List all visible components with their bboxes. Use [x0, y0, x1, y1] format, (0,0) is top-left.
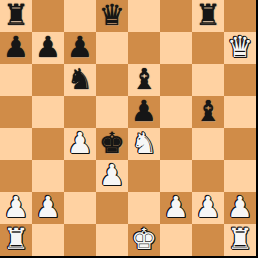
black-pawn-piece[interactable]: ♟	[67, 32, 93, 63]
square-f2[interactable]: ♟	[160, 192, 192, 224]
white-knight-piece[interactable]: ♞	[131, 128, 157, 159]
square-c8[interactable]	[64, 0, 96, 32]
square-h5[interactable]	[224, 96, 256, 128]
square-b5[interactable]	[32, 96, 64, 128]
square-d5[interactable]	[96, 96, 128, 128]
white-pawn-piece[interactable]: ♟	[227, 192, 253, 223]
square-e2[interactable]	[128, 192, 160, 224]
white-pawn-piece[interactable]: ♟	[35, 192, 61, 223]
square-g5[interactable]: ♝	[192, 96, 224, 128]
square-e5[interactable]: ♟	[128, 96, 160, 128]
white-pawn-piece[interactable]: ♟	[67, 128, 93, 159]
white-pawn-piece[interactable]: ♟	[195, 192, 221, 223]
square-g6[interactable]	[192, 64, 224, 96]
square-g1[interactable]	[192, 224, 224, 256]
square-b7[interactable]: ♟	[32, 32, 64, 64]
black-pawn-piece[interactable]: ♟	[131, 96, 157, 127]
black-queen-piece[interactable]: ♛	[99, 0, 125, 31]
square-g8[interactable]: ♜	[192, 0, 224, 32]
square-e6[interactable]: ♝	[128, 64, 160, 96]
chess-board: ♜♛♜♟♟♟♛♞♝♟♝♟♚♞♟♟♟♟♟♟♜♚♜	[0, 0, 256, 256]
square-c3[interactable]	[64, 160, 96, 192]
square-a1[interactable]: ♜	[0, 224, 32, 256]
square-h3[interactable]	[224, 160, 256, 192]
square-b2[interactable]: ♟	[32, 192, 64, 224]
white-queen-piece[interactable]: ♛	[227, 32, 253, 63]
white-pawn-piece[interactable]: ♟	[3, 192, 29, 223]
square-d8[interactable]: ♛	[96, 0, 128, 32]
square-a3[interactable]	[0, 160, 32, 192]
square-c7[interactable]: ♟	[64, 32, 96, 64]
square-a2[interactable]: ♟	[0, 192, 32, 224]
square-d7[interactable]	[96, 32, 128, 64]
square-f5[interactable]	[160, 96, 192, 128]
square-c2[interactable]	[64, 192, 96, 224]
black-rook-piece[interactable]: ♜	[195, 0, 221, 31]
square-f7[interactable]	[160, 32, 192, 64]
square-a5[interactable]	[0, 96, 32, 128]
square-h1[interactable]: ♜	[224, 224, 256, 256]
black-king-piece[interactable]: ♚	[99, 128, 125, 159]
black-pawn-piece[interactable]: ♟	[35, 32, 61, 63]
black-bishop-piece[interactable]: ♝	[131, 64, 157, 95]
square-a7[interactable]: ♟	[0, 32, 32, 64]
black-rook-piece[interactable]: ♜	[3, 0, 29, 31]
square-f8[interactable]	[160, 0, 192, 32]
square-g2[interactable]: ♟	[192, 192, 224, 224]
square-d6[interactable]	[96, 64, 128, 96]
square-h8[interactable]	[224, 0, 256, 32]
white-rook-piece[interactable]: ♜	[3, 224, 29, 255]
square-d3[interactable]: ♟	[96, 160, 128, 192]
square-h2[interactable]: ♟	[224, 192, 256, 224]
square-c1[interactable]	[64, 224, 96, 256]
square-g7[interactable]	[192, 32, 224, 64]
square-h7[interactable]: ♛	[224, 32, 256, 64]
square-g3[interactable]	[192, 160, 224, 192]
white-rook-piece[interactable]: ♜	[227, 224, 253, 255]
square-c4[interactable]: ♟	[64, 128, 96, 160]
square-b8[interactable]	[32, 0, 64, 32]
square-h4[interactable]	[224, 128, 256, 160]
square-f3[interactable]	[160, 160, 192, 192]
square-a8[interactable]: ♜	[0, 0, 32, 32]
square-e8[interactable]	[128, 0, 160, 32]
square-f1[interactable]	[160, 224, 192, 256]
black-pawn-piece[interactable]: ♟	[3, 32, 29, 63]
square-e3[interactable]	[128, 160, 160, 192]
square-f6[interactable]	[160, 64, 192, 96]
white-pawn-piece[interactable]: ♟	[99, 160, 125, 191]
square-a6[interactable]	[0, 64, 32, 96]
square-d2[interactable]	[96, 192, 128, 224]
square-g4[interactable]	[192, 128, 224, 160]
square-b3[interactable]	[32, 160, 64, 192]
black-knight-piece[interactable]: ♞	[67, 64, 93, 95]
square-b1[interactable]	[32, 224, 64, 256]
square-d4[interactable]: ♚	[96, 128, 128, 160]
square-c5[interactable]	[64, 96, 96, 128]
square-d1[interactable]	[96, 224, 128, 256]
black-bishop-piece[interactable]: ♝	[195, 96, 221, 127]
square-c6[interactable]: ♞	[64, 64, 96, 96]
square-b6[interactable]	[32, 64, 64, 96]
white-pawn-piece[interactable]: ♟	[163, 192, 189, 223]
chess-board-frame: ♜♛♜♟♟♟♛♞♝♟♝♟♚♞♟♟♟♟♟♟♜♚♜	[0, 0, 258, 258]
square-h6[interactable]	[224, 64, 256, 96]
square-f4[interactable]	[160, 128, 192, 160]
square-e4[interactable]: ♞	[128, 128, 160, 160]
square-e1[interactable]: ♚	[128, 224, 160, 256]
square-e7[interactable]	[128, 32, 160, 64]
white-king-piece[interactable]: ♚	[131, 224, 157, 255]
square-b4[interactable]	[32, 128, 64, 160]
square-a4[interactable]	[0, 128, 32, 160]
